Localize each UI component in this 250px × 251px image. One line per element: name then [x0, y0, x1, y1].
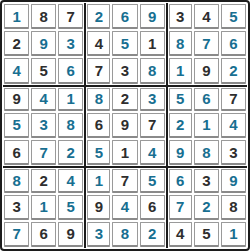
- cell-tile: 4: [87, 31, 110, 56]
- filled-digit: 5: [121, 36, 129, 51]
- sudoku-cell-r3c5[interactable]: 3: [111, 57, 138, 84]
- sudoku-cell-r3c6[interactable]: 8: [139, 57, 166, 84]
- filled-digit: 5: [95, 145, 103, 160]
- filled-digit: 4: [121, 199, 129, 214]
- sudoku-cell-r5c2[interactable]: 3: [30, 112, 57, 139]
- given-digit: 6: [95, 117, 103, 132]
- sudoku-cell-r1c7[interactable]: 3: [166, 3, 193, 30]
- filled-digit: 6: [229, 36, 237, 51]
- cell-tile: 3: [140, 88, 165, 111]
- cell-tile: 2: [4, 31, 29, 56]
- filled-digit: 2: [176, 117, 184, 132]
- sudoku-cell-r1c3[interactable]: 7: [57, 3, 84, 30]
- filled-digit: 5: [176, 91, 184, 106]
- sudoku-cell-r8c6[interactable]: 6: [139, 194, 166, 221]
- filled-digit: 3: [148, 91, 156, 106]
- sudoku-cell-r4c3[interactable]: 1: [57, 85, 84, 112]
- sudoku-cell-r9c7[interactable]: 4: [166, 221, 193, 248]
- sudoku-cell-r9c5[interactable]: 8: [111, 221, 138, 248]
- cell-tile: 7: [169, 195, 192, 220]
- given-digit: 7: [67, 9, 75, 24]
- sudoku-cell-r4c7[interactable]: 5: [166, 85, 193, 112]
- cell-tile: 2: [87, 4, 110, 29]
- given-digit: 6: [39, 226, 47, 241]
- sudoku-cell-r9c8[interactable]: 5: [193, 221, 220, 248]
- sudoku-cell-r3c1[interactable]: 4: [3, 57, 30, 84]
- sudoku-board: 1872693452934518764567381929418235675386…: [0, 0, 250, 251]
- sudoku-cell-r1c9[interactable]: 5: [220, 3, 247, 30]
- cell-tile: 8: [87, 88, 110, 111]
- filled-digit: 8: [202, 145, 210, 160]
- sudoku-cell-r8c4[interactable]: 9: [84, 194, 111, 221]
- sudoku-cell-r2c7[interactable]: 8: [166, 30, 193, 57]
- given-digit: 7: [121, 173, 129, 188]
- cell-tile: 3: [221, 140, 246, 165]
- cell-tile: 1: [4, 4, 29, 29]
- sudoku-cell-r2c3[interactable]: 3: [57, 30, 84, 57]
- cell-tile: 5: [112, 31, 137, 56]
- sudoku-cell-r9c2[interactable]: 6: [30, 221, 57, 248]
- given-digit: 4: [202, 9, 210, 24]
- cell-tile: 9: [112, 113, 137, 138]
- sudoku-cell-r3c2[interactable]: 5: [30, 57, 57, 84]
- cell-tile: 6: [112, 4, 137, 29]
- cell-tile: 1: [58, 88, 83, 111]
- sudoku-cell-r7c7[interactable]: 6: [166, 166, 193, 193]
- cell-tile: 8: [58, 113, 83, 138]
- filled-digit: 7: [176, 199, 184, 214]
- cell-tile: 8: [221, 195, 246, 220]
- given-digit: 9: [12, 91, 20, 106]
- sudoku-cell-r3c8[interactable]: 9: [193, 57, 220, 84]
- cell-tile: 5: [58, 195, 83, 220]
- cell-tile: 7: [194, 31, 219, 56]
- cell-tile: 2: [58, 140, 83, 165]
- cell-tile: 2: [140, 222, 165, 247]
- given-digit: 3: [121, 63, 129, 78]
- cell-tile: 1: [87, 169, 110, 192]
- sudoku-cell-r6c4[interactable]: 5: [84, 139, 111, 166]
- filled-digit: 1: [176, 63, 184, 78]
- cell-tile: 7: [140, 113, 165, 138]
- cell-tile: 6: [4, 140, 29, 165]
- sudoku-cell-r1c5[interactable]: 6: [111, 3, 138, 30]
- filled-digit: 5: [229, 9, 237, 24]
- filled-digit: 3: [67, 36, 75, 51]
- sudoku-cell-r4c4[interactable]: 8: [84, 85, 111, 112]
- sudoku-cell-r6c5[interactable]: 1: [111, 139, 138, 166]
- sudoku-cell-r2c5[interactable]: 5: [111, 30, 138, 57]
- sudoku-cell-r2c9[interactable]: 6: [220, 30, 247, 57]
- cell-tile: 4: [169, 222, 192, 247]
- cell-tile: 2: [194, 195, 219, 220]
- sudoku-cell-r9c9[interactable]: 1: [220, 221, 247, 248]
- sudoku-cell-r9c4[interactable]: 3: [84, 221, 111, 248]
- sudoku-cell-r7c5[interactable]: 7: [111, 166, 138, 193]
- cell-tile: 9: [194, 58, 219, 83]
- sudoku-cell-r1c8[interactable]: 4: [193, 3, 220, 30]
- sudoku-cell-r5c5[interactable]: 9: [111, 112, 138, 139]
- filled-digit: 3: [95, 226, 103, 241]
- sudoku-cell-r1c1[interactable]: 1: [3, 3, 30, 30]
- cell-tile: 4: [31, 88, 56, 111]
- sudoku-cell-r7c4[interactable]: 1: [84, 166, 111, 193]
- filled-digit: 1: [229, 226, 237, 241]
- cell-tile: 6: [87, 113, 110, 138]
- sudoku-cell-r6c3[interactable]: 2: [57, 139, 84, 166]
- cell-tile: 2: [112, 88, 137, 111]
- given-digit: 3: [176, 9, 184, 24]
- filled-digit: 9: [148, 9, 156, 24]
- given-digit: 5: [202, 226, 210, 241]
- given-digit: 1: [121, 145, 129, 160]
- sudoku-cell-r1c2[interactable]: 8: [30, 3, 57, 30]
- cell-tile: 2: [169, 113, 192, 138]
- sudoku-cell-r1c4[interactable]: 2: [84, 3, 111, 30]
- filled-digit: 4: [67, 173, 75, 188]
- filled-digit: 8: [176, 36, 184, 51]
- cell-tile: 8: [31, 4, 56, 29]
- cell-tile: 5: [169, 88, 192, 111]
- given-digit: 1: [148, 36, 156, 51]
- cell-tile: 7: [112, 169, 137, 192]
- filled-digit: 4: [12, 63, 20, 78]
- given-digit: 8: [229, 199, 237, 214]
- cell-tile: 8: [169, 31, 192, 56]
- cell-tile: 9: [31, 31, 56, 56]
- sudoku-cell-r8c5[interactable]: 4: [111, 194, 138, 221]
- sudoku-cell-r4c9[interactable]: 7: [220, 85, 247, 112]
- cell-tile: 5: [140, 169, 165, 192]
- filled-digit: 8: [148, 63, 156, 78]
- sudoku-cell-r7c9[interactable]: 9: [220, 166, 247, 193]
- given-digit: 9: [95, 199, 103, 214]
- cell-tile: 8: [194, 140, 219, 165]
- cell-tile: 9: [58, 222, 83, 247]
- sudoku-cell-r3c7[interactable]: 1: [166, 57, 193, 84]
- cell-tile: 5: [31, 58, 56, 83]
- sudoku-cell-r4c5[interactable]: 2: [111, 85, 138, 112]
- given-digit: 3: [12, 199, 20, 214]
- cell-tile: 6: [31, 222, 56, 247]
- sudoku-cell-r9c6[interactable]: 2: [139, 221, 166, 248]
- sudoku-cell-r5c9[interactable]: 4: [220, 112, 247, 139]
- sudoku-cell-r5c7[interactable]: 2: [166, 112, 193, 139]
- cell-tile: 4: [221, 113, 246, 138]
- filled-digit: 6: [202, 91, 210, 106]
- given-digit: 2: [121, 91, 129, 106]
- given-digit: 7: [95, 63, 103, 78]
- sudoku-cell-r1c6[interactable]: 9: [139, 3, 166, 30]
- sudoku-cell-r7c1[interactable]: 8: [3, 166, 30, 193]
- sudoku-cell-r2c4[interactable]: 4: [84, 30, 111, 57]
- sudoku-cell-r5c3[interactable]: 8: [57, 112, 84, 139]
- cell-tile: 1: [194, 113, 219, 138]
- cell-tile: 2: [31, 169, 56, 192]
- cell-tile: 6: [140, 195, 165, 220]
- given-digit: 4: [176, 226, 184, 241]
- filled-digit: 7: [202, 36, 210, 51]
- filled-digit: 1: [39, 199, 47, 214]
- filled-digit: 5: [12, 117, 20, 132]
- given-digit: 8: [39, 9, 47, 24]
- given-digit: 2: [12, 36, 20, 51]
- cell-tile: 7: [221, 88, 246, 111]
- sudoku-cell-r7c3[interactable]: 4: [57, 166, 84, 193]
- sudoku-cell-r5c4[interactable]: 6: [84, 112, 111, 139]
- filled-digit: 9: [176, 145, 184, 160]
- filled-digit: 2: [229, 63, 237, 78]
- filled-digit: 4: [148, 145, 156, 160]
- cell-tile: 3: [169, 4, 192, 29]
- cell-tile: 1: [140, 31, 165, 56]
- sudoku-cell-r3c3[interactable]: 6: [57, 57, 84, 84]
- sudoku-cell-r7c2[interactable]: 2: [30, 166, 57, 193]
- filled-digit: 6: [67, 63, 75, 78]
- filled-digit: 5: [148, 173, 156, 188]
- cell-tile: 5: [194, 222, 219, 247]
- sudoku-cell-r3c4[interactable]: 7: [84, 57, 111, 84]
- sudoku-cell-r4c6[interactable]: 3: [139, 85, 166, 112]
- cell-tile: 3: [4, 195, 29, 220]
- filled-digit: 1: [12, 9, 20, 24]
- cell-tile: 2: [221, 58, 246, 83]
- filled-digit: 7: [12, 226, 20, 241]
- cell-tile: 8: [112, 222, 137, 247]
- sudoku-cell-r5c8[interactable]: 1: [193, 112, 220, 139]
- sudoku-cell-r6c2[interactable]: 7: [30, 139, 57, 166]
- given-digit: 6: [12, 145, 20, 160]
- filled-digit: 8: [121, 226, 129, 241]
- sudoku-cell-r2c8[interactable]: 7: [193, 30, 220, 57]
- filled-digit: 6: [121, 9, 129, 24]
- cell-tile: 1: [169, 58, 192, 83]
- cell-tile: 4: [140, 140, 165, 165]
- cell-tile: 4: [112, 195, 137, 220]
- sudoku-cell-r4c8[interactable]: 6: [193, 85, 220, 112]
- cell-tile: 6: [194, 88, 219, 111]
- cell-tile: 4: [194, 4, 219, 29]
- given-digit: 6: [148, 199, 156, 214]
- given-digit: 7: [229, 91, 237, 106]
- sudoku-cell-r9c1[interactable]: 7: [3, 221, 30, 248]
- filled-digit: 8: [67, 117, 75, 132]
- cell-tile: 9: [221, 169, 246, 192]
- cell-tile: 3: [58, 31, 83, 56]
- sudoku-cell-r8c3[interactable]: 5: [57, 194, 84, 221]
- cell-tile: 5: [221, 4, 246, 29]
- sudoku-cell-r2c6[interactable]: 1: [139, 30, 166, 57]
- cell-tile: 8: [4, 169, 29, 192]
- cell-tile: 7: [4, 222, 29, 247]
- filled-digit: 1: [95, 173, 103, 188]
- sudoku-cell-r8c2[interactable]: 1: [30, 194, 57, 221]
- sudoku-cell-r8c7[interactable]: 7: [166, 194, 193, 221]
- given-digit: 9: [67, 226, 75, 241]
- given-digit: 3: [202, 173, 210, 188]
- cell-tile: 3: [31, 113, 56, 138]
- sudoku-cell-r2c1[interactable]: 2: [3, 30, 30, 57]
- sudoku-cell-r4c1[interactable]: 9: [3, 85, 30, 112]
- filled-digit: 8: [95, 91, 103, 106]
- filled-digit: 4: [229, 117, 237, 132]
- cell-tile: 7: [31, 140, 56, 165]
- filled-digit: 2: [95, 9, 103, 24]
- sudoku-cell-r9c3[interactable]: 9: [57, 221, 84, 248]
- sudoku-cell-r5c6[interactable]: 7: [139, 112, 166, 139]
- cell-tile: 6: [58, 58, 83, 83]
- filled-digit: 2: [202, 199, 210, 214]
- filled-digit: 5: [67, 199, 75, 214]
- cell-tile: 6: [221, 31, 246, 56]
- given-digit: 3: [229, 145, 237, 160]
- sudoku-cell-r4c2[interactable]: 4: [30, 85, 57, 112]
- cell-tile: 5: [87, 140, 110, 165]
- cell-tile: 1: [221, 222, 246, 247]
- cell-tile: 7: [87, 58, 110, 83]
- filled-digit: 8: [12, 173, 20, 188]
- filled-digit: 3: [39, 117, 47, 132]
- given-digit: 5: [39, 63, 47, 78]
- given-digit: 7: [148, 117, 156, 132]
- cell-tile: 9: [140, 4, 165, 29]
- cell-tile: 7: [58, 4, 83, 29]
- sudoku-cell-r8c8[interactable]: 2: [193, 194, 220, 221]
- given-digit: 2: [39, 173, 47, 188]
- sudoku-cell-r7c8[interactable]: 3: [193, 166, 220, 193]
- sudoku-cell-r5c1[interactable]: 5: [3, 112, 30, 139]
- cell-tile: 4: [4, 58, 29, 83]
- given-digit: 9: [121, 117, 129, 132]
- filled-digit: 1: [202, 117, 210, 132]
- filled-digit: 1: [67, 91, 75, 106]
- filled-digit: 4: [39, 91, 47, 106]
- filled-digit: 2: [148, 226, 156, 241]
- cell-tile: 9: [169, 140, 192, 165]
- filled-digit: 2: [67, 145, 75, 160]
- filled-digit: 6: [176, 173, 184, 188]
- cell-tile: 1: [112, 140, 137, 165]
- sudoku-cell-r8c1[interactable]: 3: [3, 194, 30, 221]
- filled-digit: 9: [229, 173, 237, 188]
- cell-tile: 9: [4, 88, 29, 111]
- cell-tile: 6: [169, 169, 192, 192]
- given-digit: 4: [95, 36, 103, 51]
- cell-tile: 5: [4, 113, 29, 138]
- cell-tile: 1: [31, 195, 56, 220]
- filled-digit: 9: [39, 36, 47, 51]
- sudoku-cell-r6c9[interactable]: 3: [220, 139, 247, 166]
- sudoku-cell-r3c9[interactable]: 2: [220, 57, 247, 84]
- cell-tile: 3: [194, 169, 219, 192]
- cell-tile: 9: [87, 195, 110, 220]
- filled-digit: 7: [39, 145, 47, 160]
- sudoku-cell-r8c9[interactable]: 8: [220, 194, 247, 221]
- cell-tile: 3: [87, 222, 110, 247]
- sudoku-cell-r2c2[interactable]: 9: [30, 30, 57, 57]
- sudoku-cell-r6c7[interactable]: 9: [166, 139, 193, 166]
- cell-tile: 4: [58, 169, 83, 192]
- sudoku-cell-r6c8[interactable]: 8: [193, 139, 220, 166]
- cell-tile: 3: [112, 58, 137, 83]
- cell-tile: 8: [140, 58, 165, 83]
- sudoku-cell-r6c1[interactable]: 6: [3, 139, 30, 166]
- given-digit: 9: [202, 63, 210, 78]
- sudoku-cell-r6c6[interactable]: 4: [139, 139, 166, 166]
- sudoku-cell-r7c6[interactable]: 5: [139, 166, 166, 193]
